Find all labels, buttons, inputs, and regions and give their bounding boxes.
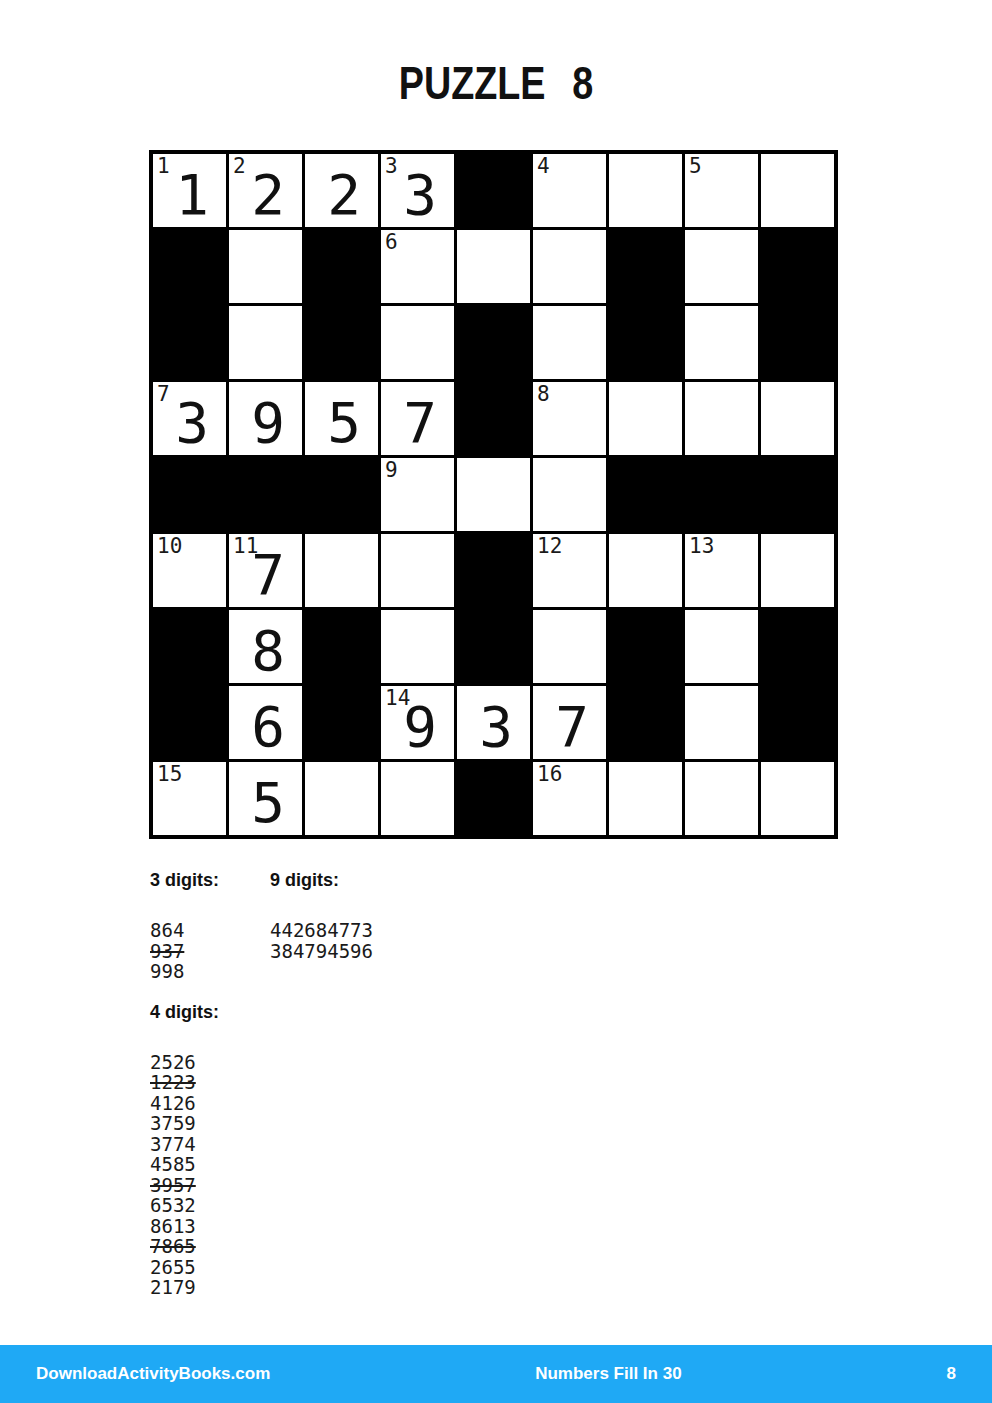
grid-cell[interactable]: 117 [229, 534, 302, 607]
clue-number: 16 [537, 763, 562, 785]
clue-number: 12 [537, 535, 562, 557]
grid-cell[interactable]: 15 [153, 762, 226, 835]
grid-cell[interactable]: 5 [685, 154, 758, 227]
grid-cell[interactable]: 5 [229, 762, 302, 835]
candidate-number-struck: 3957 [150, 1175, 650, 1196]
grid-cell-black [457, 610, 530, 683]
list-heading-4-digits: 4 digits: [150, 1002, 650, 1023]
grid-cell[interactable]: 8 [229, 610, 302, 683]
clue-number: 8 [537, 383, 550, 405]
footer-website: DownloadActivityBooks.com [36, 1364, 270, 1384]
grid-cell-black [761, 686, 834, 759]
candidate-number: 2526 [150, 1052, 650, 1073]
grid-cell-black [229, 458, 302, 531]
grid-cell[interactable]: 149 [381, 686, 454, 759]
grid-cell[interactable] [457, 458, 530, 531]
footer-book-title: Numbers Fill In 30 [535, 1364, 681, 1384]
grid-cell[interactable] [609, 534, 682, 607]
footer-bar: DownloadActivityBooks.com Numbers Fill I… [0, 1345, 992, 1403]
grid-cell[interactable]: 33 [381, 154, 454, 227]
grid-cell[interactable]: 2 [305, 154, 378, 227]
grid-cell[interactable] [609, 382, 682, 455]
clue-number: 10 [157, 535, 182, 557]
grid-cell[interactable]: 9 [381, 458, 454, 531]
grid-cell[interactable] [685, 382, 758, 455]
grid-cell[interactable] [685, 762, 758, 835]
grid-cell[interactable]: 7 [381, 382, 454, 455]
grid-cell[interactable] [305, 534, 378, 607]
candidate-number: 4585 [150, 1154, 650, 1175]
grid-cell-black [305, 306, 378, 379]
list-heading-3-digits: 3 digits: [150, 870, 270, 891]
grid-cell-black [685, 458, 758, 531]
candidate-number: 2179 [150, 1277, 650, 1298]
grid-cell[interactable] [761, 534, 834, 607]
grid-cell-black [305, 610, 378, 683]
grid-cell-black [153, 306, 226, 379]
candidate-lists: 3 digits: 864937998 9 digits: 4426847733… [150, 870, 650, 1298]
list-items-9-digits: 442684773384794596 [270, 920, 373, 961]
grid-cell-black [153, 686, 226, 759]
grid-cell[interactable]: 6 [381, 230, 454, 303]
cell-digit: 2 [229, 154, 302, 227]
clue-number: 15 [157, 763, 182, 785]
grid-cell[interactable] [609, 154, 682, 227]
grid-cell[interactable]: 22 [229, 154, 302, 227]
clue-number: 4 [537, 155, 550, 177]
grid-cell[interactable] [685, 306, 758, 379]
cell-digit: 3 [381, 154, 454, 227]
clue-number: 6 [385, 231, 398, 253]
candidate-number: 6532 [150, 1195, 650, 1216]
list-items-3-digits: 864937998 [150, 920, 270, 982]
cell-digit: 8 [229, 610, 302, 683]
grid-cell[interactable] [229, 230, 302, 303]
candidate-number: 4126 [150, 1093, 650, 1114]
cell-digit: 6 [229, 686, 302, 759]
grid-cell[interactable]: 16 [533, 762, 606, 835]
puzzle-page: PUZZLE 8 1122233456739578910117121386149… [0, 0, 992, 1403]
grid-cell[interactable]: 73 [153, 382, 226, 455]
cell-digit: 7 [229, 534, 302, 607]
candidate-number: 998 [150, 961, 270, 982]
cell-digit: 5 [305, 382, 378, 455]
candidate-number-struck: 1223 [150, 1072, 650, 1093]
list-4-digits: 4 digits: 252612234126375937744585395765… [150, 1002, 650, 1298]
grid-cell[interactable] [685, 230, 758, 303]
grid-cell-black [153, 610, 226, 683]
grid-cell[interactable]: 4 [533, 154, 606, 227]
candidate-number-struck: 7865 [150, 1236, 650, 1257]
candidate-number-struck: 937 [150, 941, 270, 962]
clue-number: 5 [689, 155, 702, 177]
grid-cell-black [305, 458, 378, 531]
grid-cell[interactable] [381, 534, 454, 607]
grid-cell[interactable] [761, 762, 834, 835]
footer-page-number: 8 [947, 1364, 956, 1384]
grid-cell-black [457, 534, 530, 607]
cell-digit: 1 [153, 154, 226, 227]
grid-cell-black [457, 762, 530, 835]
grid-cell-black [457, 382, 530, 455]
grid-cell[interactable]: 11 [153, 154, 226, 227]
grid-cell[interactable] [533, 306, 606, 379]
page-title: PUZZLE 8 [89, 60, 902, 106]
grid-cell[interactable] [533, 610, 606, 683]
grid-cell-black [609, 306, 682, 379]
list-heading-9-digits: 9 digits: [270, 870, 373, 891]
grid-cell-black [761, 306, 834, 379]
candidate-number: 442684773 [270, 920, 373, 941]
grid-cell[interactable] [305, 762, 378, 835]
grid-cell-black [153, 458, 226, 531]
candidate-number: 2655 [150, 1257, 650, 1278]
grid-cell-black [457, 306, 530, 379]
list-3-digits: 3 digits: 864937998 [150, 870, 270, 982]
candidate-number: 864 [150, 920, 270, 941]
grid-cell-black [305, 686, 378, 759]
grid-cell[interactable] [533, 230, 606, 303]
cell-digit: 5 [229, 762, 302, 835]
grid-cell[interactable]: 9 [229, 382, 302, 455]
grid-cell[interactable] [533, 458, 606, 531]
grid-cell[interactable]: 10 [153, 534, 226, 607]
grid-cell[interactable] [229, 306, 302, 379]
cell-digit: 7 [381, 382, 454, 455]
list-items-4-digits: 2526122341263759377445853957653286137865… [150, 1052, 650, 1298]
grid-cell[interactable]: 7 [533, 686, 606, 759]
cell-digit: 7 [533, 686, 606, 759]
grid-cell-black [153, 230, 226, 303]
grid-cell-black [457, 154, 530, 227]
grid-cell-black [609, 610, 682, 683]
grid-cell[interactable]: 8 [533, 382, 606, 455]
grid-cell[interactable]: 12 [533, 534, 606, 607]
grid-cell-black [305, 230, 378, 303]
grid-cell[interactable] [761, 154, 834, 227]
cell-digit: 3 [153, 382, 226, 455]
puzzle-grid: 11222334567395789101171213861493715516 [149, 150, 838, 839]
candidate-number: 3774 [150, 1134, 650, 1155]
grid-cell[interactable] [761, 382, 834, 455]
grid-cell[interactable]: 5 [305, 382, 378, 455]
candidate-number: 384794596 [270, 941, 373, 962]
cell-digit: 9 [381, 686, 454, 759]
grid-cell[interactable]: 13 [685, 534, 758, 607]
cell-digit: 9 [229, 382, 302, 455]
cell-digit: 2 [305, 154, 378, 227]
grid-cell-black [609, 230, 682, 303]
clue-number: 13 [689, 535, 714, 557]
grid-cell[interactable]: 6 [229, 686, 302, 759]
grid-cell[interactable] [609, 762, 682, 835]
grid-cell[interactable] [381, 306, 454, 379]
grid-cell-black [761, 610, 834, 683]
grid-cell[interactable] [457, 230, 530, 303]
grid-cell[interactable] [685, 686, 758, 759]
grid-cell[interactable] [381, 762, 454, 835]
grid-cell[interactable]: 3 [457, 686, 530, 759]
clue-number: 9 [385, 459, 398, 481]
grid-cell[interactable] [685, 610, 758, 683]
list-9-digits: 9 digits: 442684773384794596 [270, 870, 373, 982]
candidate-number: 8613 [150, 1216, 650, 1237]
cell-digit: 3 [457, 686, 530, 759]
candidate-number: 3759 [150, 1113, 650, 1134]
grid-cell-black [761, 458, 834, 531]
grid-cell-black [761, 230, 834, 303]
grid-cell[interactable] [381, 610, 454, 683]
grid-cell-black [609, 458, 682, 531]
grid-cell-black [609, 686, 682, 759]
